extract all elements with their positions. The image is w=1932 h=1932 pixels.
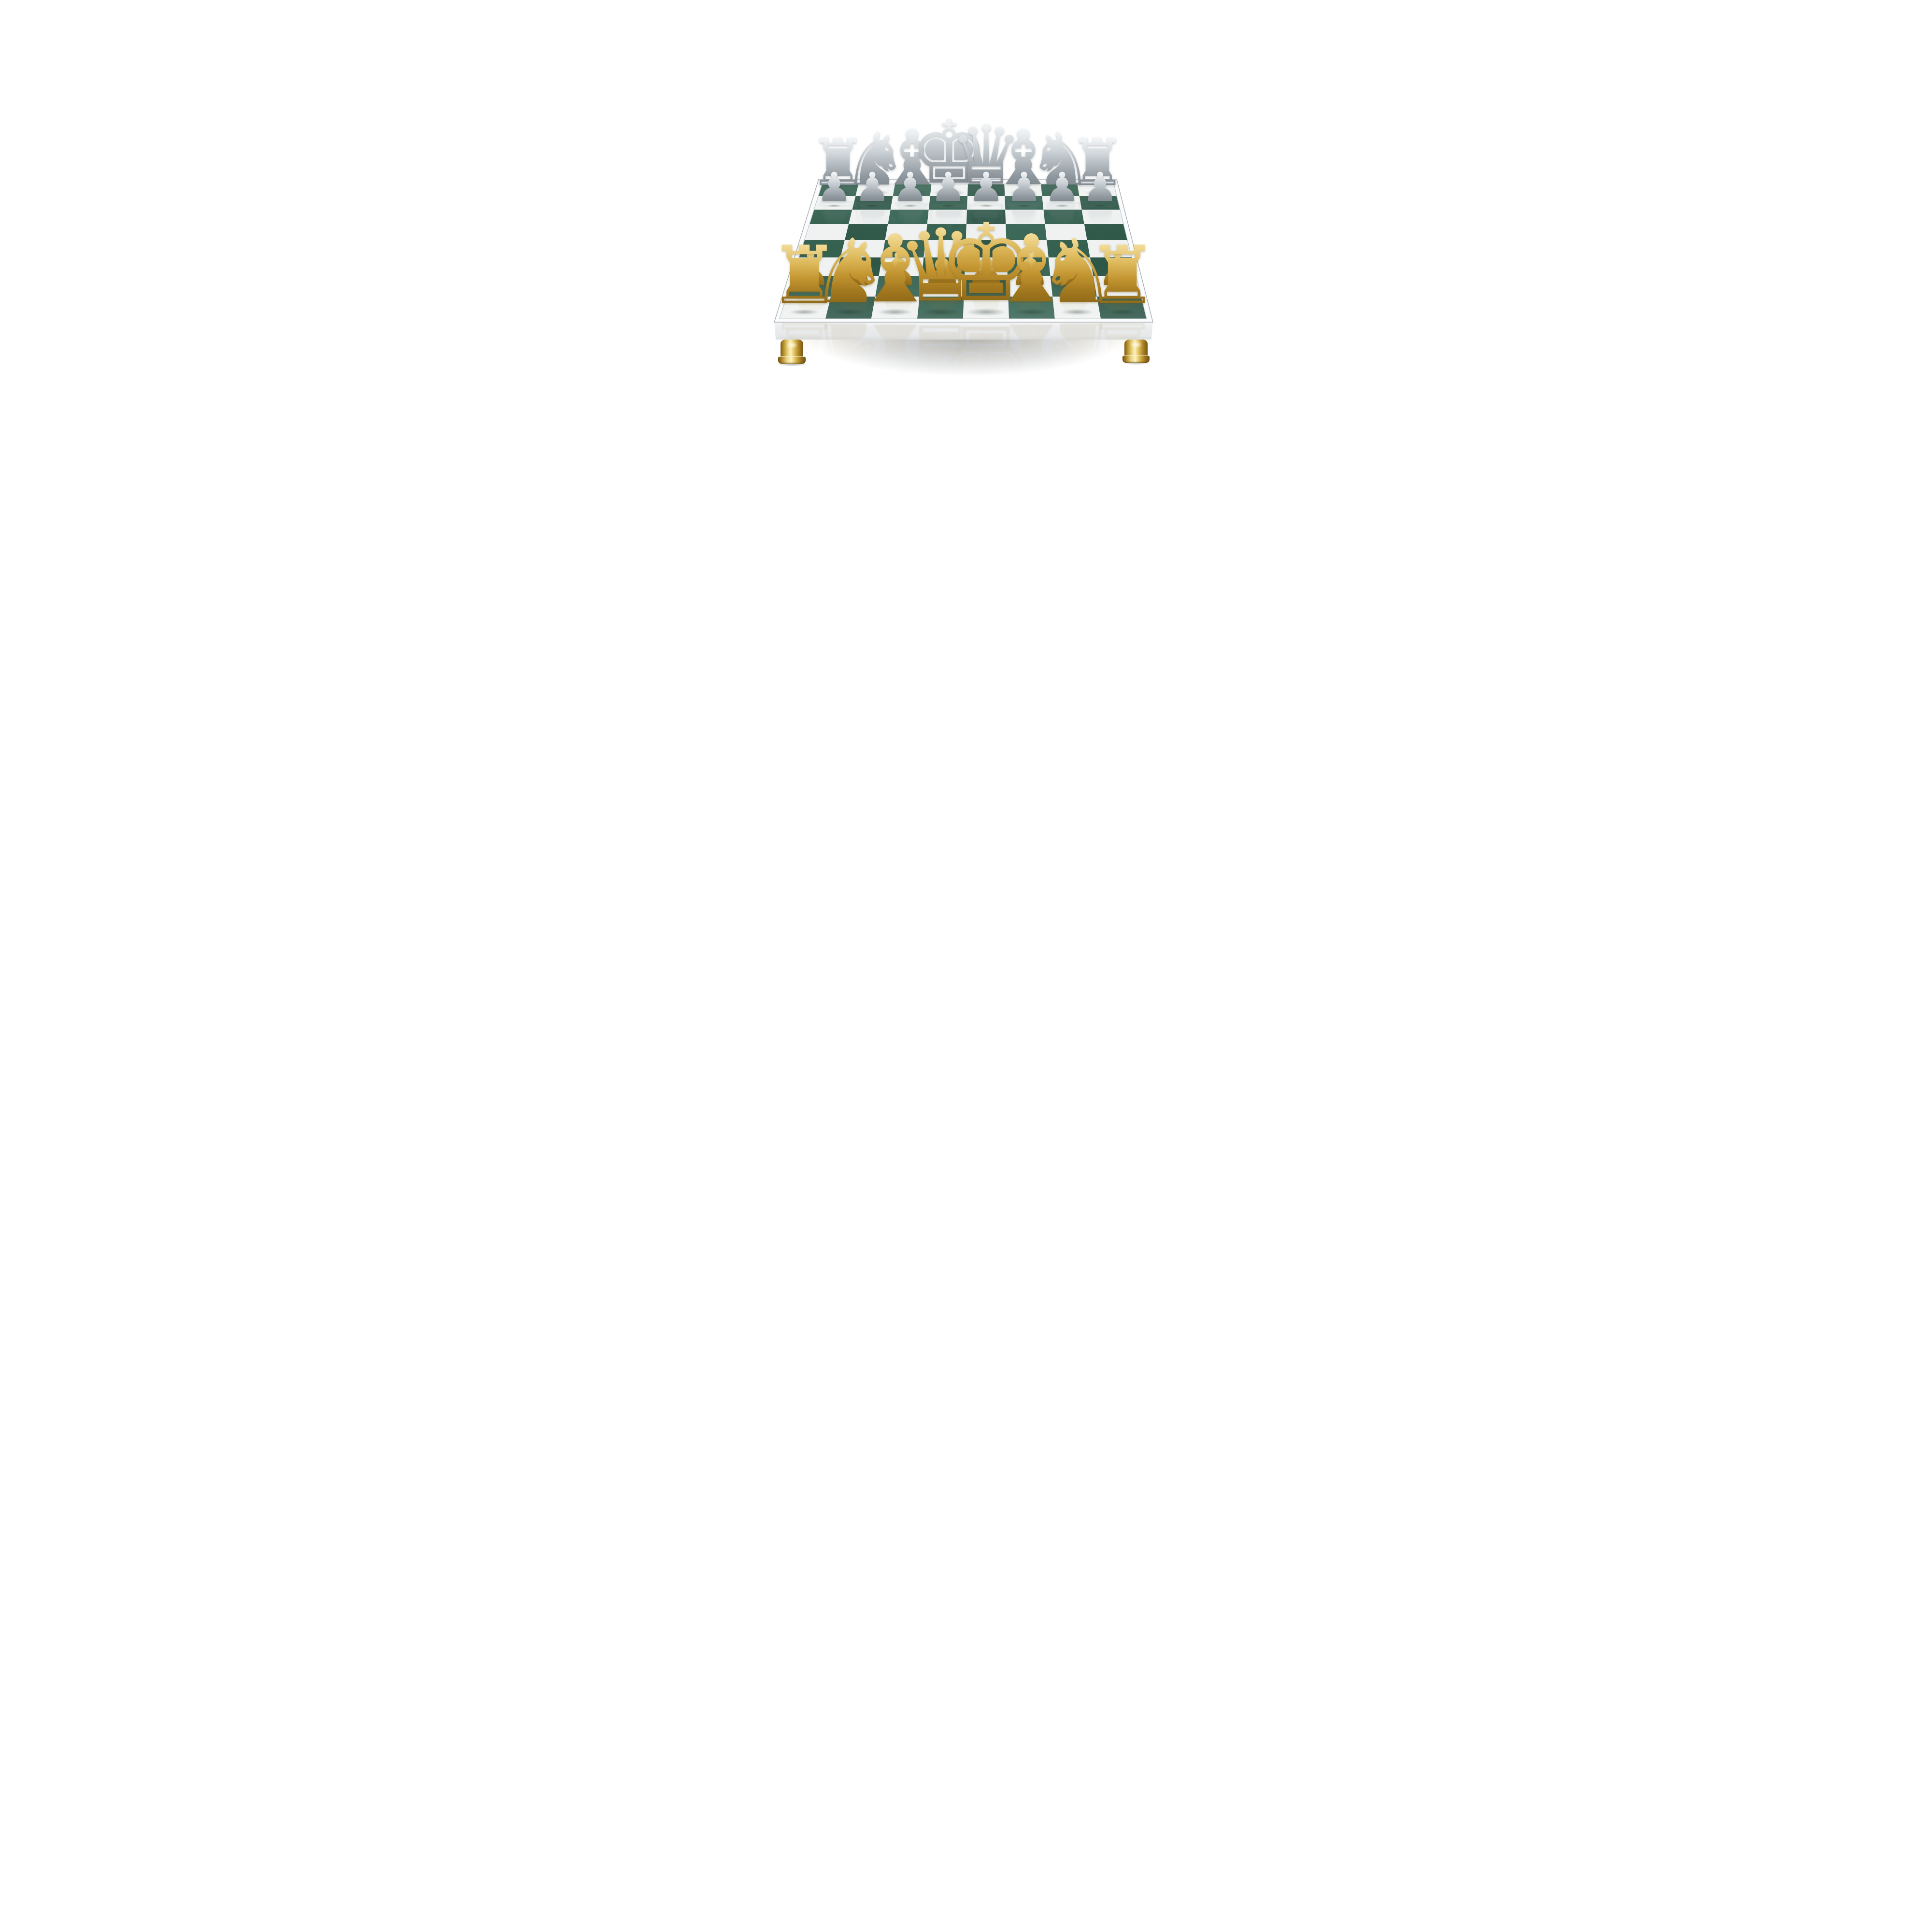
silver-pawn-glyph: ♟ [816,167,852,207]
silver-pawn-glyph: ♟ [892,167,928,207]
gold-rook-glyph: ♜ [1087,236,1158,315]
silver-pawn-glyph: ♟ [854,167,890,207]
piece-reflection: ♜ [1087,311,1158,390]
chess-set-photo-stage: ♜♜♞♞♝♝♚♚♛♛♝♝♞♞♜♜♟♟♟♟♟♟♟♟♟♟♟♟♟♟♟♟♟♟♟♟♟♟♟♟… [724,0,1207,483]
pieces-layer: ♜♜♞♞♝♝♚♚♛♛♝♝♞♞♜♜♟♟♟♟♟♟♟♟♟♟♟♟♟♟♟♟♟♟♟♟♟♟♟♟… [724,0,1207,483]
silver-pawn-glyph: ♟ [1044,167,1080,207]
silver-pawn-glyph: ♟ [1082,167,1118,207]
